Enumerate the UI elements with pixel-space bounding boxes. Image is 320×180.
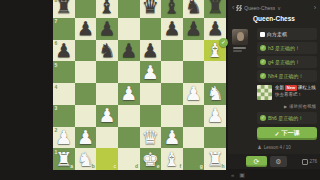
check-icon: ✓ (274, 130, 279, 137)
square-g3[interactable] (183, 105, 205, 127)
black-p-piece: ♟ (118, 40, 140, 62)
square-e2[interactable]: ♛ (140, 127, 162, 149)
coach-sub-text (233, 50, 242, 52)
square-h4[interactable]: ♞ (204, 83, 226, 105)
chat-text: g4 是正确的！ (268, 59, 300, 65)
chess-board[interactable]: 8♜♝♛♝♞♜7♟♟♟♟♟6♟♞♟♟♝✓5♟4♟♟♞3♟♟2♟♟♛♟1a♜b♞c… (53, 0, 226, 170)
sidebar: ‹ Queen-Chess ∨ › Queen-Chess 白方走棋✓h3 是正… (228, 0, 320, 180)
square-b1[interactable]: b♞ (75, 148, 97, 170)
play-videos-label: 播放所有视频 (289, 104, 316, 109)
chat-bubble: ✓h3 是正确的！ (257, 42, 317, 54)
square-c7[interactable]: ♟ (96, 18, 118, 40)
file-label: a (70, 164, 73, 169)
next-lesson-label: 下一课 (282, 129, 300, 138)
square-c1[interactable]: c (96, 148, 118, 170)
square-h3[interactable]: ♟ (204, 105, 226, 127)
rank-label: 5 (55, 63, 58, 68)
square-e5[interactable]: ♟ (140, 61, 162, 83)
rank-label: 6 (55, 41, 58, 46)
promo-card[interactable]: 全新 New 课程上线 快去看看吧！ (257, 85, 317, 100)
file-label: b (92, 164, 95, 169)
white-p-piece: ♟ (161, 127, 183, 149)
square-h7[interactable]: ♟ (204, 18, 226, 40)
square-d6[interactable]: ♟ (118, 40, 140, 62)
square-a4[interactable]: 4 (53, 83, 75, 105)
chat-bubble: ✓Bh6 是正确的！ (257, 112, 317, 124)
square-h6[interactable]: ♝✓ (204, 40, 226, 62)
app-screen: 8♜♝♛♝♞♜7♟♟♟♟♟6♟♞♟♟♝✓5♟4♟♟♞3♟♟2♟♟♛♟1a♜b♞c… (0, 0, 320, 180)
lesson-progress-label: Lesson 4 / 10 (264, 145, 291, 150)
chevron-down-icon[interactable]: ∨ (277, 5, 281, 11)
black-p-piece: ♟ (183, 18, 205, 40)
challenge-title: Queen-Chess (228, 15, 320, 22)
square-a7[interactable]: 7 (53, 18, 75, 40)
coach-name-text (233, 47, 246, 49)
file-label: g (200, 164, 203, 169)
white-p-piece: ♟ (140, 61, 162, 83)
black-p-piece: ♟ (140, 40, 162, 62)
promo-title-post: 课程上线 (298, 85, 316, 90)
next-challenge-button[interactable]: › (314, 4, 316, 11)
black-q-piece: ♛ (140, 0, 162, 18)
square-d7[interactable] (118, 18, 140, 40)
square-c5[interactable] (96, 61, 118, 83)
square-c4[interactable] (96, 83, 118, 105)
play-videos-link[interactable]: ▶ 播放所有视频 (228, 104, 316, 109)
square-c6[interactable]: ♞ (96, 40, 118, 62)
check-circle-icon: ✓ (260, 115, 266, 121)
white-q-piece: ♛ (140, 127, 162, 149)
correct-move-badge: ✓ (219, 38, 228, 47)
square-b6[interactable] (75, 40, 97, 62)
square-e7[interactable] (140, 18, 162, 40)
square-f8[interactable]: ♝ (161, 0, 183, 18)
white-p-piece: ♟ (118, 83, 140, 105)
square-a8[interactable]: 8♜ (53, 0, 75, 18)
promo-subtitle: 快去看看吧！ (275, 92, 302, 97)
square-f3[interactable] (161, 105, 183, 127)
black-p-piece: ♟ (204, 18, 226, 40)
black-b-piece: ♝ (161, 0, 183, 18)
check-circle-icon: ✓ (260, 73, 266, 79)
square-g2[interactable] (183, 127, 205, 149)
promo-title-pre: 全新 (275, 85, 284, 90)
chat-text: Bh6 是正确的！ (268, 115, 303, 121)
collapse-icon[interactable]: « (231, 172, 234, 178)
square-f4[interactable] (161, 83, 183, 105)
play-icon: ▶ (284, 104, 287, 109)
promo-board-thumbnail (257, 85, 272, 100)
white-p-piece: ♟ (183, 83, 205, 105)
file-label: d (135, 164, 138, 169)
square-d3[interactable] (118, 105, 140, 127)
white-p-piece: ♟ (96, 105, 118, 127)
square-h1[interactable]: h♜ (204, 148, 226, 170)
chat-text: Nh4 是正确的！ (268, 73, 304, 79)
black-p-piece: ♟ (96, 18, 118, 40)
chat-bubble: 白方走棋 (257, 28, 317, 40)
rank-label: 4 (55, 85, 58, 90)
square-c2[interactable] (96, 127, 118, 149)
chat-text: h3 是正确的！ (268, 45, 300, 51)
chat-bubble: ✓Nh4 是正确的！ (257, 70, 317, 82)
next-lesson-button[interactable]: ✓ 下一课 (257, 127, 317, 140)
lesson-progress: ♟ Lesson 4 / 10 (228, 144, 320, 150)
square-f2[interactable]: ♟ (161, 127, 183, 149)
black-b-piece: ♝ (96, 0, 118, 18)
square-e4[interactable] (140, 83, 162, 105)
square-f5[interactable] (161, 61, 183, 83)
white-n-piece: ♞ (204, 83, 226, 105)
square-b7[interactable]: ♟ (75, 18, 97, 40)
bottom-corner-icons: « ▣ (231, 172, 245, 178)
black-n-piece: ♞ (183, 0, 205, 18)
square-h2[interactable] (204, 127, 226, 149)
square-e3[interactable] (140, 105, 162, 127)
square-f1[interactable]: f♝ (161, 148, 183, 170)
square-g6[interactable] (183, 40, 205, 62)
prev-challenge-button[interactable]: ‹ (232, 4, 234, 11)
coach-chat: 白方走棋✓h3 是正确的！✓g4 是正确的！✓Nh4 是正确的！ (232, 28, 317, 82)
square-g4[interactable]: ♟ (183, 83, 205, 105)
square-f7[interactable]: ♟ (161, 18, 183, 40)
square-d1[interactable]: d (118, 148, 140, 170)
square-d2[interactable] (118, 127, 140, 149)
square-b4[interactable] (75, 83, 97, 105)
square-h8[interactable]: ♜ (204, 0, 226, 18)
square-b2[interactable]: ♟ (75, 127, 97, 149)
board-layout-icon[interactable]: ▣ (239, 172, 245, 178)
square-e6[interactable]: ♟ (140, 40, 162, 62)
square-e1[interactable]: e♚ (140, 148, 162, 170)
comments-icon (302, 159, 308, 165)
settings-button[interactable]: ⚙ (270, 156, 287, 167)
square-f6[interactable] (161, 40, 183, 62)
black-p-piece: ♟ (161, 18, 183, 40)
final-chat-message: ✓Bh6 是正确的！ (257, 112, 317, 124)
square-d8[interactable] (118, 0, 140, 18)
square-b5[interactable] (75, 61, 97, 83)
square-d5[interactable] (118, 61, 140, 83)
square-a6[interactable]: 6♟ (53, 40, 75, 62)
square-g7[interactable]: ♟ (183, 18, 205, 40)
square-g1[interactable]: g (183, 148, 205, 170)
chat-messages: 白方走棋✓h3 是正确的！✓g4 是正确的！✓Nh4 是正确的！ (257, 28, 317, 82)
promo-text: 全新 New 课程上线 快去看看吧！ (275, 85, 316, 99)
square-g5[interactable] (183, 61, 205, 83)
check-circle-icon: ✓ (260, 45, 266, 51)
square-g8[interactable]: ♞ (183, 0, 205, 18)
square-c8[interactable]: ♝ (96, 0, 118, 18)
rank-label: 3 (55, 106, 58, 111)
square-c3[interactable]: ♟ (96, 105, 118, 127)
lessons-icon: ♟ (257, 144, 261, 150)
black-r-piece: ♜ (204, 0, 226, 18)
retry-button[interactable]: ⟳ (246, 156, 267, 167)
square-e8[interactable]: ♛ (140, 0, 162, 18)
square-a1[interactable]: 1a♜ (53, 148, 75, 170)
coach-avatar (232, 29, 248, 45)
file-label: e (157, 164, 160, 169)
square-b8[interactable] (75, 0, 97, 18)
square-a3[interactable]: 3 (53, 105, 75, 127)
square-d4[interactable]: ♟ (118, 83, 140, 105)
rank-label: 1 (55, 150, 58, 155)
square-h5[interactable] (204, 61, 226, 83)
white-p-piece: ♟ (204, 105, 226, 127)
square-b3[interactable] (75, 105, 97, 127)
challenge-dropdown-label[interactable]: Queen-Chess (244, 5, 275, 11)
chat-text: 白方走棋 (267, 31, 287, 37)
white-square-icon (260, 32, 265, 37)
file-label: h (221, 164, 224, 169)
comments-count: 276 (309, 159, 317, 164)
rank-label: 8 (55, 0, 58, 3)
black-n-piece: ♞ (96, 40, 118, 62)
check-circle-icon: ✓ (260, 59, 266, 65)
rank-label: 2 (55, 128, 58, 133)
black-p-piece: ♟ (75, 18, 97, 40)
file-label: c (114, 164, 117, 169)
rank-label: 7 (55, 19, 58, 24)
bottom-toolbar: ⟳ ⚙ 276 (228, 154, 320, 169)
lessons-grid-icon (236, 5, 242, 11)
black-r-piece: ♜ (53, 0, 75, 18)
file-label: f (180, 164, 182, 169)
chat-bubble: ✓g4 是正确的！ (257, 56, 317, 68)
white-p-piece: ♟ (75, 127, 97, 149)
comments-counter[interactable]: 276 (302, 159, 317, 165)
new-badge: New (285, 85, 296, 91)
square-a5[interactable]: 5 (53, 61, 75, 83)
challenge-nav: ‹ Queen-Chess ∨ › (228, 0, 320, 11)
square-a2[interactable]: 2♟ (53, 127, 75, 149)
